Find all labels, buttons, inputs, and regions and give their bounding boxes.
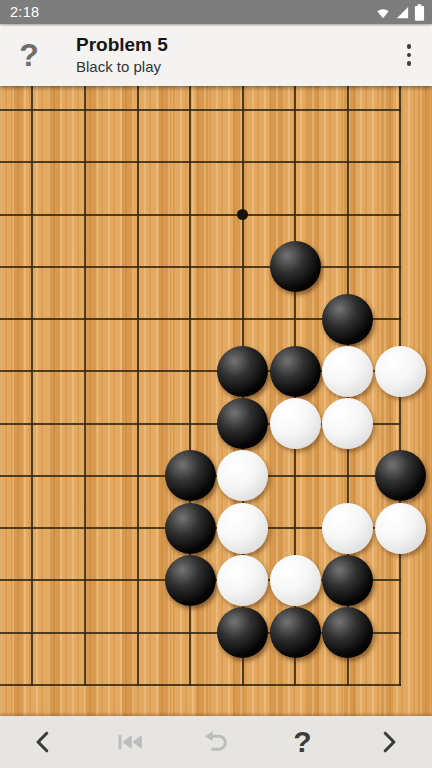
- page-title: Problem 5: [76, 34, 168, 56]
- star-point: [237, 209, 248, 220]
- stone-black: [217, 398, 268, 449]
- grid-line: [0, 266, 401, 268]
- bottom-nav-bar: ?: [0, 716, 432, 768]
- grid-line: [0, 684, 401, 686]
- toolbar: ? Problem 5 Black to play: [0, 24, 432, 86]
- grid-line: [0, 161, 401, 163]
- chevron-right-icon: [375, 728, 403, 756]
- stone-black: [270, 241, 321, 292]
- page-subtitle: Black to play: [76, 58, 168, 76]
- forward-button[interactable]: [365, 719, 413, 765]
- overflow-menu-icon[interactable]: [403, 38, 416, 72]
- stone-black: [270, 607, 321, 658]
- stone-white: [322, 346, 373, 397]
- stone-black: [322, 607, 373, 658]
- stone-black: [165, 555, 216, 606]
- stone-white: [322, 398, 373, 449]
- stone-black: [165, 503, 216, 554]
- stone-black: [217, 607, 268, 658]
- signal-icon: [395, 5, 410, 20]
- grid-line: [0, 214, 401, 216]
- hint-question-label: ?: [293, 719, 311, 765]
- grid-line: [0, 109, 401, 111]
- skip-to-start-icon: [114, 729, 146, 755]
- stone-black: [217, 346, 268, 397]
- chevron-left-icon: [29, 728, 57, 756]
- stone-black: [322, 294, 373, 345]
- grid-line: [137, 86, 139, 686]
- stone-white: [270, 555, 321, 606]
- wifi-icon: [375, 5, 391, 20]
- stone-black: [165, 450, 216, 501]
- stone-white: [375, 346, 426, 397]
- status-bar: 2:18: [0, 0, 432, 24]
- stone-white: [270, 398, 321, 449]
- hint-button[interactable]: ?: [278, 719, 326, 765]
- help-icon[interactable]: ?: [0, 24, 58, 86]
- stone-white: [217, 450, 268, 501]
- stone-black: [270, 346, 321, 397]
- undo-icon: [200, 727, 232, 757]
- stone-white: [375, 503, 426, 554]
- stone-black: [322, 555, 373, 606]
- stone-white: [322, 503, 373, 554]
- stone-black: [375, 450, 426, 501]
- back-button[interactable]: [19, 719, 67, 765]
- battery-icon: [414, 4, 425, 21]
- grid-line: [84, 86, 86, 686]
- stone-white: [217, 555, 268, 606]
- clock-text: 2:18: [10, 4, 39, 20]
- grid-line: [31, 86, 33, 686]
- undo-button[interactable]: [192, 719, 240, 765]
- stone-white: [217, 503, 268, 554]
- go-board[interactable]: [0, 86, 432, 716]
- skip-to-start-button[interactable]: [106, 719, 154, 765]
